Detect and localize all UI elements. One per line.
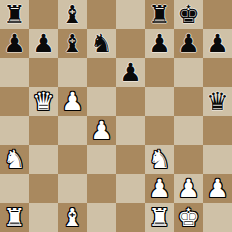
white-pawn[interactable]: ♟ bbox=[206, 174, 228, 203]
black-king[interactable]: ♚ bbox=[177, 0, 199, 29]
black-pawn[interactable]: ♟ bbox=[206, 29, 228, 58]
square-f8[interactable]: ♜ bbox=[145, 0, 174, 29]
white-knight[interactable]: ♞ bbox=[3, 145, 25, 174]
square-c4[interactable] bbox=[58, 116, 87, 145]
square-d3[interactable] bbox=[87, 145, 116, 174]
square-e5[interactable] bbox=[116, 87, 145, 116]
square-a6[interactable] bbox=[0, 58, 29, 87]
chess-board-screenshot: ♜♝♜♚♟♟♝♞♟♟♟♟♛♟♛♟♞♞♟♟♟♜♝♜♚ bbox=[0, 0, 232, 232]
square-d8[interactable] bbox=[87, 0, 116, 29]
chess-board: ♜♝♜♚♟♟♝♞♟♟♟♟♛♟♛♟♞♞♟♟♟♜♝♜♚ bbox=[0, 0, 232, 232]
square-e7[interactable] bbox=[116, 29, 145, 58]
square-h3[interactable] bbox=[203, 145, 232, 174]
black-bishop[interactable]: ♝ bbox=[61, 0, 83, 29]
square-h1[interactable] bbox=[203, 203, 232, 232]
square-d6[interactable] bbox=[87, 58, 116, 87]
black-rook[interactable]: ♜ bbox=[148, 0, 170, 29]
square-h8[interactable] bbox=[203, 0, 232, 29]
square-c2[interactable] bbox=[58, 174, 87, 203]
square-b7[interactable]: ♟ bbox=[29, 29, 58, 58]
square-f4[interactable] bbox=[145, 116, 174, 145]
white-pawn[interactable]: ♟ bbox=[90, 116, 112, 145]
square-e3[interactable] bbox=[116, 145, 145, 174]
square-b2[interactable] bbox=[29, 174, 58, 203]
square-g2[interactable]: ♟ bbox=[174, 174, 203, 203]
black-pawn[interactable]: ♟ bbox=[32, 29, 54, 58]
square-f3[interactable]: ♞ bbox=[145, 145, 174, 174]
square-c6[interactable] bbox=[58, 58, 87, 87]
square-c5[interactable]: ♟ bbox=[58, 87, 87, 116]
square-h4[interactable] bbox=[203, 116, 232, 145]
square-f7[interactable]: ♟ bbox=[145, 29, 174, 58]
square-g3[interactable] bbox=[174, 145, 203, 174]
square-d2[interactable] bbox=[87, 174, 116, 203]
square-d5[interactable] bbox=[87, 87, 116, 116]
square-c7[interactable]: ♝ bbox=[58, 29, 87, 58]
square-b4[interactable] bbox=[29, 116, 58, 145]
white-pawn[interactable]: ♟ bbox=[61, 87, 83, 116]
black-rook[interactable]: ♜ bbox=[3, 0, 25, 29]
square-f2[interactable]: ♟ bbox=[145, 174, 174, 203]
white-pawn[interactable]: ♟ bbox=[148, 174, 170, 203]
black-pawn[interactable]: ♟ bbox=[177, 29, 199, 58]
square-e8[interactable] bbox=[116, 0, 145, 29]
square-f5[interactable] bbox=[145, 87, 174, 116]
square-c8[interactable]: ♝ bbox=[58, 0, 87, 29]
square-a8[interactable]: ♜ bbox=[0, 0, 29, 29]
square-f1[interactable]: ♜ bbox=[145, 203, 174, 232]
square-g7[interactable]: ♟ bbox=[174, 29, 203, 58]
square-g4[interactable] bbox=[174, 116, 203, 145]
square-b3[interactable] bbox=[29, 145, 58, 174]
square-g6[interactable] bbox=[174, 58, 203, 87]
white-knight[interactable]: ♞ bbox=[148, 145, 170, 174]
black-pawn[interactable]: ♟ bbox=[148, 29, 170, 58]
white-king[interactable]: ♚ bbox=[177, 203, 199, 232]
square-e6[interactable]: ♟ bbox=[116, 58, 145, 87]
square-h7[interactable]: ♟ bbox=[203, 29, 232, 58]
square-a2[interactable] bbox=[0, 174, 29, 203]
square-e4[interactable] bbox=[116, 116, 145, 145]
square-h5[interactable]: ♛ bbox=[203, 87, 232, 116]
black-pawn[interactable]: ♟ bbox=[3, 29, 25, 58]
square-b8[interactable] bbox=[29, 0, 58, 29]
white-rook[interactable]: ♜ bbox=[3, 203, 25, 232]
square-d7[interactable]: ♞ bbox=[87, 29, 116, 58]
square-a4[interactable] bbox=[0, 116, 29, 145]
square-g8[interactable]: ♚ bbox=[174, 0, 203, 29]
black-bishop[interactable]: ♝ bbox=[61, 29, 83, 58]
white-pawn[interactable]: ♟ bbox=[177, 174, 199, 203]
white-bishop[interactable]: ♝ bbox=[61, 203, 83, 232]
black-pawn[interactable]: ♟ bbox=[119, 58, 141, 87]
square-b1[interactable] bbox=[29, 203, 58, 232]
white-queen[interactable]: ♛ bbox=[32, 87, 54, 116]
square-g1[interactable]: ♚ bbox=[174, 203, 203, 232]
square-d1[interactable] bbox=[87, 203, 116, 232]
square-a1[interactable]: ♜ bbox=[0, 203, 29, 232]
square-b5[interactable]: ♛ bbox=[29, 87, 58, 116]
square-f6[interactable] bbox=[145, 58, 174, 87]
square-h2[interactable]: ♟ bbox=[203, 174, 232, 203]
square-h6[interactable] bbox=[203, 58, 232, 87]
black-queen[interactable]: ♛ bbox=[206, 87, 228, 116]
square-d4[interactable]: ♟ bbox=[87, 116, 116, 145]
square-a5[interactable] bbox=[0, 87, 29, 116]
square-c3[interactable] bbox=[58, 145, 87, 174]
white-rook[interactable]: ♜ bbox=[148, 203, 170, 232]
square-e2[interactable] bbox=[116, 174, 145, 203]
square-a3[interactable]: ♞ bbox=[0, 145, 29, 174]
square-c1[interactable]: ♝ bbox=[58, 203, 87, 232]
square-e1[interactable] bbox=[116, 203, 145, 232]
square-g5[interactable] bbox=[174, 87, 203, 116]
square-a7[interactable]: ♟ bbox=[0, 29, 29, 58]
square-b6[interactable] bbox=[29, 58, 58, 87]
black-knight[interactable]: ♞ bbox=[90, 29, 112, 58]
